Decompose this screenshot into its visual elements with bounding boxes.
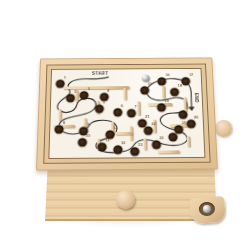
hole-number: 3 [88,87,90,91]
maze-hole: 7 [127,109,136,117]
maze-hole: 5 [95,105,104,113]
hole-number: 6 [121,104,123,108]
hole-number: 19 [165,99,169,103]
maze-hole: 13 [130,148,139,157]
hole-number: 20 [186,106,190,110]
hole-number: 15 [148,82,152,86]
maze-wall [137,102,140,115]
hole-number: 16 [165,73,169,77]
maze-hole: 14 [105,131,114,139]
front-knob[interactable] [116,190,135,209]
hole-number: 23 [159,135,163,139]
hole-number: 10 [86,133,90,137]
spare-steel-ball[interactable] [203,205,212,214]
maze-hole: 22 [144,127,153,135]
hole-number: 7 [134,105,136,109]
hole-number: 22 [151,122,155,126]
side-knob[interactable] [215,120,232,137]
maze-hole: 15 [140,86,149,94]
product-photo-scene: START END 123456789101112131415161718192… [0,0,250,250]
maze-hole: 11 [98,143,107,152]
hole-number: 4 [107,88,109,92]
maze-wall [58,109,61,120]
start-label: START [92,71,108,76]
steel-ball[interactable] [142,74,150,81]
maze-hole: 19 [157,104,166,112]
hole-number: 2 [74,89,76,93]
maze-hole: 24 [168,133,177,142]
maze-hole: 23 [152,140,161,149]
maze-hole: 26 [186,120,195,128]
maze-hole: 18 [170,88,179,96]
hole-number: 17 [189,73,193,77]
maze-wall [187,136,190,147]
maze-hole: 16 [158,78,167,86]
maze-hole: 21 [137,119,146,127]
gimbal-frame: START END 123456789101112131415161718192… [44,64,209,162]
maze-hole: 6 [113,108,122,116]
hole-number: 21 [145,114,149,118]
maze-wall [123,88,126,99]
end-label: END [194,93,199,103]
hole-number: 1 [64,76,66,80]
tray-recess-hole [198,201,215,216]
hole-number: 12 [121,141,125,145]
maze-wall [114,132,132,135]
maze-hole: 12 [113,146,122,155]
hole-number: 26 [194,116,198,120]
corner-ball-tray [189,196,226,224]
hole-number: 14 [113,126,117,130]
maze-wall [158,151,180,154]
board-top: START END 123456789101112131415161718192… [36,57,218,170]
hole-number: 11 [106,139,110,143]
hole-number: 8 [63,121,65,125]
maze-hole: 17 [182,78,191,86]
maze-wall [144,138,147,150]
hole-number: 18 [178,84,182,88]
maze-hole: 20 [178,111,187,119]
maze-hole: 25 [174,126,183,134]
hole-number: 9 [87,123,89,127]
playfield: START END 123456789101112131415161718192… [49,69,204,158]
hole-number: 5 [103,100,105,104]
hole-number: 13 [138,143,142,147]
